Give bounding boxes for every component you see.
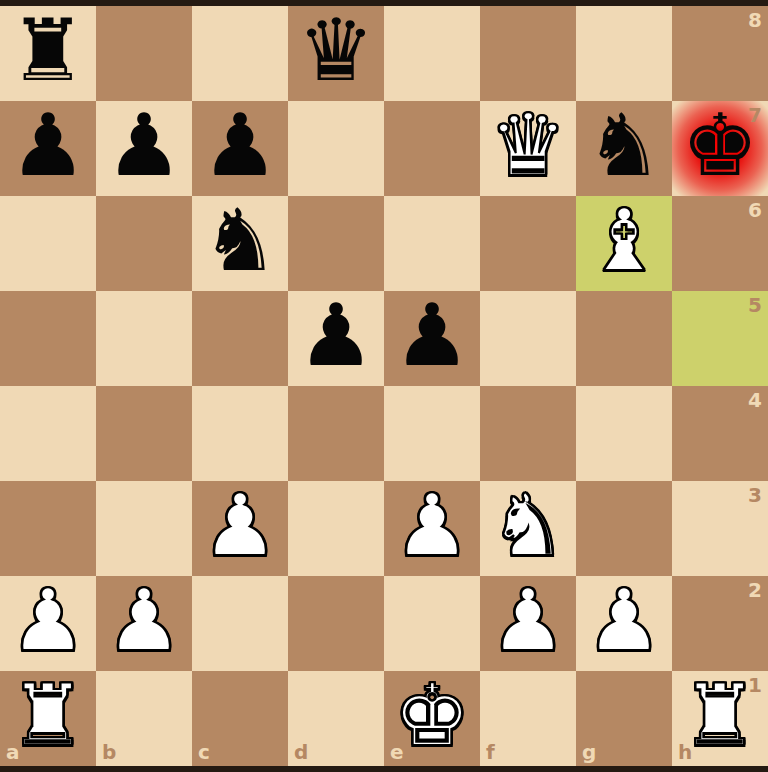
- square-e5[interactable]: ♟: [384, 291, 480, 386]
- square-d8[interactable]: ♛: [288, 6, 384, 101]
- square-b7[interactable]: ♟: [96, 101, 192, 196]
- square-g7[interactable]: ♞: [576, 101, 672, 196]
- square-f7[interactable]: ♛: [480, 101, 576, 196]
- rank-label-5: 5: [748, 293, 762, 317]
- square-d1[interactable]: d: [288, 671, 384, 766]
- file-label-f: f: [486, 740, 495, 764]
- square-e8[interactable]: [384, 6, 480, 101]
- square-e6[interactable]: [384, 196, 480, 291]
- square-a7[interactable]: ♟: [0, 101, 96, 196]
- square-d2[interactable]: [288, 576, 384, 671]
- square-a1[interactable]: ♜a: [0, 671, 96, 766]
- square-h2[interactable]: 2: [672, 576, 768, 671]
- square-g2[interactable]: ♟: [576, 576, 672, 671]
- white-knight-piece[interactable]: ♞: [489, 478, 566, 573]
- white-bishop-piece[interactable]: ♝: [585, 193, 662, 288]
- square-c6[interactable]: ♞: [192, 196, 288, 291]
- board-bottom-border: [0, 766, 768, 772]
- square-a2[interactable]: ♟: [0, 576, 96, 671]
- chess-app: ♜♛8♟♟♟♛♞♚7♞♝6♟♟54♟♟♞3♟♟♟♟2♜abcd♚efg♜1h: [0, 0, 768, 772]
- square-b2[interactable]: ♟: [96, 576, 192, 671]
- square-d3[interactable]: [288, 481, 384, 576]
- black-rook-piece[interactable]: ♜: [9, 3, 86, 98]
- square-h6[interactable]: 6: [672, 196, 768, 291]
- square-c1[interactable]: c: [192, 671, 288, 766]
- square-h1[interactable]: ♜1h: [672, 671, 768, 766]
- white-pawn-piece[interactable]: ♟: [489, 573, 566, 668]
- file-label-d: d: [294, 740, 308, 764]
- black-pawn-piece[interactable]: ♟: [105, 98, 182, 193]
- square-c3[interactable]: ♟: [192, 481, 288, 576]
- white-pawn-piece[interactable]: ♟: [201, 478, 278, 573]
- square-g5[interactable]: [576, 291, 672, 386]
- square-f8[interactable]: [480, 6, 576, 101]
- square-h3[interactable]: 3: [672, 481, 768, 576]
- square-d5[interactable]: ♟: [288, 291, 384, 386]
- square-b6[interactable]: [96, 196, 192, 291]
- square-f5[interactable]: [480, 291, 576, 386]
- rank-label-8: 8: [748, 8, 762, 32]
- square-c5[interactable]: [192, 291, 288, 386]
- black-king-piece[interactable]: ♚: [681, 98, 758, 193]
- square-b8[interactable]: [96, 6, 192, 101]
- black-pawn-piece[interactable]: ♟: [297, 288, 374, 383]
- white-pawn-piece[interactable]: ♟: [9, 573, 86, 668]
- square-f6[interactable]: [480, 196, 576, 291]
- square-c2[interactable]: [192, 576, 288, 671]
- file-label-g: g: [582, 740, 596, 764]
- rank-label-2: 2: [748, 578, 762, 602]
- square-e2[interactable]: [384, 576, 480, 671]
- square-a4[interactable]: [0, 386, 96, 481]
- square-g8[interactable]: [576, 6, 672, 101]
- square-e4[interactable]: [384, 386, 480, 481]
- black-pawn-piece[interactable]: ♟: [393, 288, 470, 383]
- white-pawn-piece[interactable]: ♟: [105, 573, 182, 668]
- white-pawn-piece[interactable]: ♟: [585, 573, 662, 668]
- square-h8[interactable]: 8: [672, 6, 768, 101]
- square-b5[interactable]: [96, 291, 192, 386]
- square-a5[interactable]: [0, 291, 96, 386]
- square-f3[interactable]: ♞: [480, 481, 576, 576]
- square-g1[interactable]: g: [576, 671, 672, 766]
- file-label-b: b: [102, 740, 116, 764]
- square-g4[interactable]: [576, 386, 672, 481]
- white-rook-piece[interactable]: ♜: [681, 668, 758, 763]
- square-e7[interactable]: [384, 101, 480, 196]
- square-h5[interactable]: 5: [672, 291, 768, 386]
- square-h4[interactable]: 4: [672, 386, 768, 481]
- square-c7[interactable]: ♟: [192, 101, 288, 196]
- square-f1[interactable]: f: [480, 671, 576, 766]
- square-c8[interactable]: [192, 6, 288, 101]
- black-queen-piece[interactable]: ♛: [297, 3, 374, 98]
- black-knight-piece[interactable]: ♞: [585, 98, 662, 193]
- square-b1[interactable]: b: [96, 671, 192, 766]
- square-a6[interactable]: [0, 196, 96, 291]
- white-queen-piece[interactable]: ♛: [489, 98, 566, 193]
- square-f2[interactable]: ♟: [480, 576, 576, 671]
- rank-label-6: 6: [748, 198, 762, 222]
- chess-board: ♜♛8♟♟♟♛♞♚7♞♝6♟♟54♟♟♞3♟♟♟♟2♜abcd♚efg♜1h: [0, 6, 768, 766]
- square-a8[interactable]: ♜: [0, 6, 96, 101]
- square-b4[interactable]: [96, 386, 192, 481]
- square-b3[interactable]: [96, 481, 192, 576]
- square-f4[interactable]: [480, 386, 576, 481]
- rank-label-4: 4: [748, 388, 762, 412]
- black-pawn-piece[interactable]: ♟: [9, 98, 86, 193]
- square-g6[interactable]: ♝: [576, 196, 672, 291]
- square-c4[interactable]: [192, 386, 288, 481]
- square-h7[interactable]: ♚7: [672, 101, 768, 196]
- white-rook-piece[interactable]: ♜: [9, 668, 86, 763]
- square-g3[interactable]: [576, 481, 672, 576]
- square-d6[interactable]: [288, 196, 384, 291]
- black-pawn-piece[interactable]: ♟: [201, 98, 278, 193]
- square-a3[interactable]: [0, 481, 96, 576]
- white-pawn-piece[interactable]: ♟: [393, 478, 470, 573]
- square-e3[interactable]: ♟: [384, 481, 480, 576]
- rank-label-3: 3: [748, 483, 762, 507]
- square-d4[interactable]: [288, 386, 384, 481]
- black-knight-piece[interactable]: ♞: [201, 193, 278, 288]
- square-d7[interactable]: [288, 101, 384, 196]
- white-king-piece[interactable]: ♚: [393, 668, 470, 763]
- file-label-c: c: [198, 740, 210, 764]
- square-e1[interactable]: ♚e: [384, 671, 480, 766]
